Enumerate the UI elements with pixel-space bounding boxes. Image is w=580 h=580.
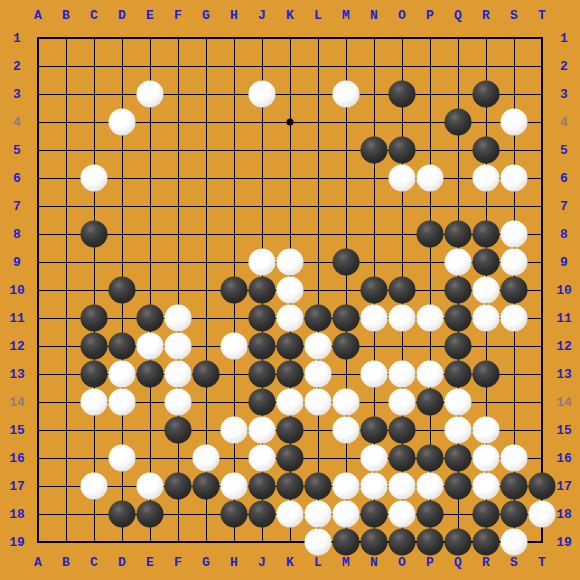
white-stone[interactable] <box>165 361 192 388</box>
col-label-top: K <box>286 9 294 22</box>
black-stone[interactable] <box>361 529 388 556</box>
black-stone[interactable] <box>249 361 276 388</box>
col-label-top: S <box>510 9 518 22</box>
black-stone[interactable] <box>389 445 416 472</box>
black-stone[interactable] <box>81 361 108 388</box>
black-stone[interactable] <box>445 473 472 500</box>
col-label-bottom: G <box>202 556 210 569</box>
white-stone[interactable] <box>137 81 164 108</box>
white-stone[interactable] <box>417 473 444 500</box>
black-stone[interactable] <box>165 417 192 444</box>
black-stone[interactable] <box>249 305 276 332</box>
white-stone[interactable] <box>221 333 248 360</box>
white-stone[interactable] <box>305 361 332 388</box>
row-label-right: 13 <box>556 368 572 381</box>
black-stone[interactable] <box>165 473 192 500</box>
white-stone[interactable] <box>473 165 500 192</box>
black-stone[interactable] <box>501 501 528 528</box>
black-stone[interactable] <box>445 109 472 136</box>
col-label-bottom: F <box>174 556 182 569</box>
white-stone[interactable] <box>501 305 528 332</box>
col-label-bottom: N <box>370 556 378 569</box>
white-stone[interactable] <box>277 305 304 332</box>
white-stone[interactable] <box>81 165 108 192</box>
white-stone[interactable] <box>473 305 500 332</box>
black-stone[interactable] <box>221 501 248 528</box>
black-stone[interactable] <box>249 501 276 528</box>
white-stone[interactable] <box>501 445 528 472</box>
row-label-right: 15 <box>556 424 572 437</box>
row-label-left: 2 <box>13 60 21 73</box>
black-stone[interactable] <box>249 473 276 500</box>
white-stone[interactable] <box>361 305 388 332</box>
white-stone[interactable] <box>165 389 192 416</box>
black-stone[interactable] <box>473 529 500 556</box>
black-stone[interactable] <box>445 305 472 332</box>
row-label-right: 1 <box>560 32 568 45</box>
white-stone[interactable] <box>445 249 472 276</box>
white-stone[interactable] <box>361 473 388 500</box>
row-label-right: 3 <box>560 88 568 101</box>
row-label-left: 11 <box>9 312 25 325</box>
white-stone[interactable] <box>389 473 416 500</box>
white-stone[interactable] <box>473 277 500 304</box>
col-label-top: M <box>342 9 350 22</box>
col-label-bottom: S <box>510 556 518 569</box>
white-stone[interactable] <box>277 501 304 528</box>
col-label-bottom: J <box>258 556 266 569</box>
row-label-right: 19 <box>556 536 572 549</box>
white-stone[interactable] <box>81 389 108 416</box>
black-stone[interactable] <box>445 277 472 304</box>
black-stone[interactable] <box>417 445 444 472</box>
black-stone[interactable] <box>333 529 360 556</box>
white-stone[interactable] <box>277 277 304 304</box>
black-stone[interactable] <box>445 361 472 388</box>
black-stone[interactable] <box>137 361 164 388</box>
row-label-right: 4 <box>560 116 568 129</box>
col-label-bottom: M <box>342 556 350 569</box>
col-label-top: D <box>118 9 126 22</box>
black-stone[interactable] <box>417 389 444 416</box>
black-stone[interactable] <box>137 305 164 332</box>
black-stone[interactable] <box>109 333 136 360</box>
black-stone[interactable] <box>305 305 332 332</box>
row-label-left: 16 <box>9 452 25 465</box>
col-label-top: O <box>398 9 406 22</box>
black-stone[interactable] <box>445 445 472 472</box>
white-stone[interactable] <box>333 417 360 444</box>
black-stone[interactable] <box>389 81 416 108</box>
row-label-left: 10 <box>9 284 25 297</box>
black-stone[interactable] <box>445 221 472 248</box>
black-stone[interactable] <box>249 277 276 304</box>
black-stone[interactable] <box>81 221 108 248</box>
black-stone[interactable] <box>361 277 388 304</box>
white-stone[interactable] <box>417 305 444 332</box>
black-stone[interactable] <box>277 417 304 444</box>
row-label-right: 11 <box>556 312 572 325</box>
grid-line-vertical <box>541 37 543 543</box>
col-label-top: H <box>230 9 238 22</box>
black-stone[interactable] <box>361 417 388 444</box>
row-label-right: 5 <box>560 144 568 157</box>
row-label-left: 7 <box>13 200 21 213</box>
white-stone[interactable] <box>501 529 528 556</box>
white-stone[interactable] <box>445 389 472 416</box>
row-label-left: 5 <box>13 144 21 157</box>
row-label-left: 1 <box>13 32 21 45</box>
row-label-right: 8 <box>560 228 568 241</box>
white-stone[interactable] <box>165 333 192 360</box>
row-label-left: 6 <box>13 172 21 185</box>
white-stone[interactable] <box>389 361 416 388</box>
col-label-top: C <box>90 9 98 22</box>
col-label-top: A <box>34 9 42 22</box>
white-stone[interactable] <box>529 501 556 528</box>
black-stone[interactable] <box>389 417 416 444</box>
black-stone[interactable] <box>193 473 220 500</box>
row-label-right: 10 <box>556 284 572 297</box>
row-label-left: 13 <box>9 368 25 381</box>
col-label-top: N <box>370 9 378 22</box>
black-stone[interactable] <box>473 501 500 528</box>
col-label-top: B <box>62 9 70 22</box>
white-stone[interactable] <box>473 417 500 444</box>
row-label-left: 9 <box>13 256 21 269</box>
black-stone[interactable] <box>193 361 220 388</box>
white-stone[interactable] <box>277 249 304 276</box>
white-stone[interactable] <box>277 389 304 416</box>
white-stone[interactable] <box>333 81 360 108</box>
go-app-window: AABBCCDDEEFFGGHHJJKKLLMMNNOOPPQQRRSSTT11… <box>0 0 580 580</box>
white-stone[interactable] <box>193 445 220 472</box>
col-label-bottom: D <box>118 556 126 569</box>
black-stone[interactable] <box>361 137 388 164</box>
col-label-top: L <box>314 9 322 22</box>
row-label-left: 17 <box>9 480 25 493</box>
white-stone[interactable] <box>109 445 136 472</box>
col-label-top: G <box>202 9 210 22</box>
col-label-top: J <box>258 9 266 22</box>
white-stone[interactable] <box>333 389 360 416</box>
row-label-right: 7 <box>560 200 568 213</box>
white-stone[interactable] <box>165 305 192 332</box>
black-stone[interactable] <box>249 333 276 360</box>
row-label-left: 14 <box>9 396 25 409</box>
white-stone[interactable] <box>249 81 276 108</box>
row-label-right: 14 <box>556 396 572 409</box>
row-label-left: 19 <box>9 536 25 549</box>
white-stone[interactable] <box>137 333 164 360</box>
white-stone[interactable] <box>445 417 472 444</box>
white-stone[interactable] <box>109 109 136 136</box>
black-stone[interactable] <box>277 473 304 500</box>
row-label-left: 15 <box>9 424 25 437</box>
row-label-left: 18 <box>9 508 25 521</box>
black-stone[interactable] <box>417 501 444 528</box>
col-label-top: E <box>146 9 154 22</box>
white-stone[interactable] <box>389 305 416 332</box>
col-label-top: Q <box>454 9 462 22</box>
white-stone[interactable] <box>305 333 332 360</box>
white-stone[interactable] <box>305 389 332 416</box>
row-label-right: 18 <box>556 508 572 521</box>
white-stone[interactable] <box>137 473 164 500</box>
black-stone[interactable] <box>445 333 472 360</box>
black-stone[interactable] <box>137 501 164 528</box>
black-stone[interactable] <box>389 529 416 556</box>
white-stone[interactable] <box>389 389 416 416</box>
col-label-bottom: T <box>538 556 546 569</box>
row-label-right: 9 <box>560 256 568 269</box>
white-stone[interactable] <box>501 165 528 192</box>
row-label-left: 3 <box>13 88 21 101</box>
row-label-right: 2 <box>560 60 568 73</box>
row-label-left: 12 <box>9 340 25 353</box>
black-stone[interactable] <box>473 137 500 164</box>
col-label-bottom: E <box>146 556 154 569</box>
black-stone[interactable] <box>109 277 136 304</box>
white-stone[interactable] <box>473 473 500 500</box>
white-stone[interactable] <box>473 445 500 472</box>
black-stone[interactable] <box>529 473 556 500</box>
col-label-top: R <box>482 9 490 22</box>
col-label-top: F <box>174 9 182 22</box>
row-label-right: 17 <box>556 480 572 493</box>
col-label-bottom: Q <box>454 556 462 569</box>
black-stone[interactable] <box>473 81 500 108</box>
row-label-right: 6 <box>560 172 568 185</box>
white-stone[interactable] <box>389 501 416 528</box>
col-label-bottom: A <box>34 556 42 569</box>
row-label-left: 8 <box>13 228 21 241</box>
white-stone[interactable] <box>109 361 136 388</box>
star-point <box>287 119 294 126</box>
black-stone[interactable] <box>501 473 528 500</box>
grid-line-vertical <box>318 37 319 543</box>
black-stone[interactable] <box>333 305 360 332</box>
white-stone[interactable] <box>81 473 108 500</box>
black-stone[interactable] <box>389 277 416 304</box>
black-stone[interactable] <box>473 249 500 276</box>
white-stone[interactable] <box>221 417 248 444</box>
white-stone[interactable] <box>501 249 528 276</box>
black-stone[interactable] <box>221 277 248 304</box>
black-stone[interactable] <box>277 333 304 360</box>
black-stone[interactable] <box>473 361 500 388</box>
black-stone[interactable] <box>473 221 500 248</box>
black-stone[interactable] <box>277 361 304 388</box>
black-stone[interactable] <box>109 501 136 528</box>
black-stone[interactable] <box>81 305 108 332</box>
white-stone[interactable] <box>249 445 276 472</box>
black-stone[interactable] <box>81 333 108 360</box>
white-stone[interactable] <box>361 445 388 472</box>
row-label-right: 12 <box>556 340 572 353</box>
white-stone[interactable] <box>417 165 444 192</box>
white-stone[interactable] <box>249 249 276 276</box>
col-label-bottom: H <box>230 556 238 569</box>
black-stone[interactable] <box>277 445 304 472</box>
col-label-bottom: O <box>398 556 406 569</box>
black-stone[interactable] <box>445 529 472 556</box>
white-stone[interactable] <box>501 109 528 136</box>
white-stone[interactable] <box>501 221 528 248</box>
white-stone[interactable] <box>305 529 332 556</box>
col-label-bottom: C <box>90 556 98 569</box>
white-stone[interactable] <box>417 361 444 388</box>
black-stone[interactable] <box>417 529 444 556</box>
black-stone[interactable] <box>389 137 416 164</box>
col-label-top: T <box>538 9 546 22</box>
white-stone[interactable] <box>361 361 388 388</box>
col-label-bottom: L <box>314 556 322 569</box>
grid-line-vertical <box>346 37 347 543</box>
white-stone[interactable] <box>333 501 360 528</box>
col-label-bottom: R <box>482 556 490 569</box>
black-stone[interactable] <box>305 473 332 500</box>
col-label-bottom: P <box>426 556 434 569</box>
col-label-top: P <box>426 9 434 22</box>
black-stone[interactable] <box>417 221 444 248</box>
black-stone[interactable] <box>333 333 360 360</box>
black-stone[interactable] <box>501 277 528 304</box>
black-stone[interactable] <box>361 501 388 528</box>
white-stone[interactable] <box>249 417 276 444</box>
white-stone[interactable] <box>333 473 360 500</box>
col-label-bottom: B <box>62 556 70 569</box>
white-stone[interactable] <box>389 165 416 192</box>
col-label-bottom: K <box>286 556 294 569</box>
row-label-right: 16 <box>556 452 572 465</box>
white-stone[interactable] <box>305 501 332 528</box>
black-stone[interactable] <box>333 249 360 276</box>
white-stone[interactable] <box>221 473 248 500</box>
row-label-left: 4 <box>13 116 21 129</box>
black-stone[interactable] <box>249 389 276 416</box>
white-stone[interactable] <box>109 389 136 416</box>
